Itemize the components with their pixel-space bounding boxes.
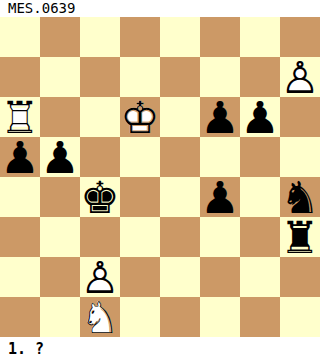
square-b3[interactable] [40, 217, 80, 257]
black-king[interactable]: ♚ [80, 177, 120, 217]
square-a4[interactable] [0, 177, 40, 217]
square-f7[interactable] [200, 57, 240, 97]
square-h4[interactable]: ♞ [280, 177, 320, 217]
black-pawn[interactable]: ♟ [40, 137, 80, 177]
square-e6[interactable] [160, 97, 200, 137]
white-knight-fill: ♞ [80, 297, 120, 337]
square-c8[interactable] [80, 17, 120, 57]
square-e7[interactable] [160, 57, 200, 97]
square-g6[interactable]: ♟ [240, 97, 280, 137]
square-e2[interactable] [160, 257, 200, 297]
chess-diagram-page: MES.0639 ♟♙♜♖♚♔♟♟♟♟♚♟♞♜♟♙♞♘ 1. ? [0, 0, 320, 360]
white-knight[interactable]: ♘ [80, 297, 120, 337]
white-king-fill: ♚ [120, 97, 160, 137]
square-b7[interactable] [40, 57, 80, 97]
square-a5[interactable]: ♟ [0, 137, 40, 177]
square-d2[interactable] [120, 257, 160, 297]
square-c5[interactable] [80, 137, 120, 177]
square-a1[interactable] [0, 297, 40, 337]
square-c2[interactable]: ♟♙ [80, 257, 120, 297]
black-rook[interactable]: ♜ [280, 217, 320, 257]
chess-board[interactable]: ♟♙♜♖♚♔♟♟♟♟♚♟♞♜♟♙♞♘ [0, 17, 320, 337]
square-a6[interactable]: ♜♖ [0, 97, 40, 137]
square-h3[interactable]: ♜ [280, 217, 320, 257]
square-d4[interactable] [120, 177, 160, 217]
square-c4[interactable]: ♚ [80, 177, 120, 217]
square-b4[interactable] [40, 177, 80, 217]
square-g7[interactable] [240, 57, 280, 97]
square-c3[interactable] [80, 217, 120, 257]
white-pawn-fill: ♟ [80, 257, 120, 297]
square-f4[interactable]: ♟ [200, 177, 240, 217]
square-g1[interactable] [240, 297, 280, 337]
square-h5[interactable] [280, 137, 320, 177]
square-e5[interactable] [160, 137, 200, 177]
square-h7[interactable]: ♟♙ [280, 57, 320, 97]
square-g4[interactable] [240, 177, 280, 217]
black-pawn[interactable]: ♟ [0, 137, 40, 177]
puzzle-id-title: MES.0639 [0, 0, 320, 17]
black-pawn[interactable]: ♟ [200, 177, 240, 217]
square-c7[interactable] [80, 57, 120, 97]
square-d1[interactable] [120, 297, 160, 337]
square-f6[interactable]: ♟ [200, 97, 240, 137]
square-g2[interactable] [240, 257, 280, 297]
square-h6[interactable] [280, 97, 320, 137]
square-g3[interactable] [240, 217, 280, 257]
white-pawn[interactable]: ♙ [80, 257, 120, 297]
white-king[interactable]: ♔ [120, 97, 160, 137]
square-d3[interactable] [120, 217, 160, 257]
square-d5[interactable] [120, 137, 160, 177]
square-a2[interactable] [0, 257, 40, 297]
square-h2[interactable] [280, 257, 320, 297]
square-f1[interactable] [200, 297, 240, 337]
square-e3[interactable] [160, 217, 200, 257]
white-pawn-fill: ♟ [280, 57, 320, 97]
square-b2[interactable] [40, 257, 80, 297]
square-a7[interactable] [0, 57, 40, 97]
square-a8[interactable] [0, 17, 40, 57]
square-b5[interactable]: ♟ [40, 137, 80, 177]
white-rook[interactable]: ♖ [0, 97, 40, 137]
square-g5[interactable] [240, 137, 280, 177]
move-prompt: 1. ? [0, 337, 320, 360]
black-knight[interactable]: ♞ [280, 177, 320, 217]
black-pawn[interactable]: ♟ [240, 97, 280, 137]
square-a3[interactable] [0, 217, 40, 257]
square-h1[interactable] [280, 297, 320, 337]
square-d6[interactable]: ♚♔ [120, 97, 160, 137]
square-e8[interactable] [160, 17, 200, 57]
square-f8[interactable] [200, 17, 240, 57]
square-c6[interactable] [80, 97, 120, 137]
square-e1[interactable] [160, 297, 200, 337]
square-f3[interactable] [200, 217, 240, 257]
square-b1[interactable] [40, 297, 80, 337]
square-f5[interactable] [200, 137, 240, 177]
square-d7[interactable] [120, 57, 160, 97]
white-pawn[interactable]: ♙ [280, 57, 320, 97]
square-d8[interactable] [120, 17, 160, 57]
square-f2[interactable] [200, 257, 240, 297]
square-e4[interactable] [160, 177, 200, 217]
square-g8[interactable] [240, 17, 280, 57]
square-b6[interactable] [40, 97, 80, 137]
white-rook-fill: ♜ [0, 97, 40, 137]
square-b8[interactable] [40, 17, 80, 57]
square-h8[interactable] [280, 17, 320, 57]
square-c1[interactable]: ♞♘ [80, 297, 120, 337]
black-pawn[interactable]: ♟ [200, 97, 240, 137]
